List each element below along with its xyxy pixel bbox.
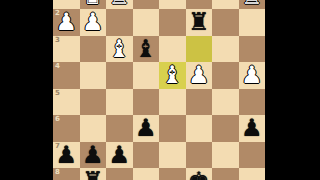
square-a7[interactable] [239,142,266,169]
square-d6[interactable] [159,115,186,142]
square-b8[interactable] [212,168,239,180]
square-f6[interactable] [106,115,133,142]
rank-label-4: 4 [55,62,60,71]
piece-white-pawn[interactable]: ♟ [241,62,263,89]
square-g6[interactable] [80,115,107,142]
square-b4[interactable] [212,62,239,89]
square-h5[interactable]: 5 [53,89,80,116]
square-b2[interactable] [212,9,239,36]
square-e5[interactable] [133,89,160,116]
piece-black-pawn[interactable]: ♟ [108,142,130,169]
square-f7[interactable]: ♟ [106,142,133,169]
piece-white-rook[interactable]: ♜ [108,0,130,9]
piece-white-bishop[interactable]: ♝ [108,36,130,63]
square-d3[interactable] [159,36,186,63]
square-f2[interactable] [106,9,133,36]
rank-label-3: 3 [55,36,60,45]
square-a6[interactable]: ♟ [239,115,266,142]
square-g2[interactable]: ♟ [80,9,107,36]
screenshot-root: ♚♜♜2♟♟♜3♝♝4♝♟♟56♟♟7♟♟♟8♜♚ [0,0,320,180]
rank-label-2: 2 [55,9,60,18]
piece-white-bishop[interactable]: ♝ [161,62,183,89]
square-c2[interactable]: ♜ [186,9,213,36]
square-g4[interactable] [80,62,107,89]
piece-white-rook[interactable]: ♜ [241,0,263,9]
piece-black-pawn[interactable]: ♟ [135,115,157,142]
square-e2[interactable] [133,9,160,36]
square-d4[interactable]: ♝ [159,62,186,89]
chess-board: ♚♜♜2♟♟♜3♝♝4♝♟♟56♟♟7♟♟♟8♜♚ [53,0,265,180]
piece-black-rook[interactable]: ♜ [82,168,104,180]
piece-white-pawn[interactable]: ♟ [188,62,210,89]
square-c6[interactable] [186,115,213,142]
square-e4[interactable] [133,62,160,89]
square-f8[interactable] [106,168,133,180]
square-f4[interactable] [106,62,133,89]
square-b6[interactable] [212,115,239,142]
square-f1[interactable]: ♜ [106,0,133,9]
square-h6[interactable]: 6 [53,115,80,142]
square-a4[interactable]: ♟ [239,62,266,89]
square-g7[interactable]: ♟ [80,142,107,169]
square-e7[interactable] [133,142,160,169]
square-e1[interactable] [133,0,160,9]
rank-label-6: 6 [55,115,60,124]
rank-label-7: 7 [55,142,60,151]
square-a5[interactable] [239,89,266,116]
square-g5[interactable] [80,89,107,116]
square-a2[interactable] [239,9,266,36]
square-c7[interactable] [186,142,213,169]
piece-black-pawn[interactable]: ♟ [241,115,263,142]
square-e3[interactable]: ♝ [133,36,160,63]
piece-black-pawn[interactable]: ♟ [82,142,104,169]
square-a8[interactable] [239,168,266,180]
square-c5[interactable] [186,89,213,116]
square-b5[interactable] [212,89,239,116]
square-d1[interactable] [159,0,186,9]
square-h3[interactable]: 3 [53,36,80,63]
square-g3[interactable] [80,36,107,63]
square-h8[interactable]: 8 [53,168,80,180]
square-f5[interactable] [106,89,133,116]
square-a3[interactable] [239,36,266,63]
square-b7[interactable] [212,142,239,169]
rank-label-8: 8 [55,168,60,177]
piece-black-rook[interactable]: ♜ [188,9,210,36]
square-d5[interactable] [159,89,186,116]
rank-label-5: 5 [55,89,60,98]
square-g8[interactable]: ♜ [80,168,107,180]
square-b3[interactable] [212,36,239,63]
square-a1[interactable]: ♜ [239,0,266,9]
square-h4[interactable]: 4 [53,62,80,89]
square-c3[interactable] [186,36,213,63]
piece-black-bishop[interactable]: ♝ [135,36,157,63]
square-d2[interactable] [159,9,186,36]
square-d8[interactable] [159,168,186,180]
square-c8[interactable]: ♚ [186,168,213,180]
square-c4[interactable]: ♟ [186,62,213,89]
square-e8[interactable] [133,168,160,180]
square-e6[interactable]: ♟ [133,115,160,142]
piece-black-king[interactable]: ♚ [188,168,210,180]
square-b1[interactable] [212,0,239,9]
square-f3[interactable]: ♝ [106,36,133,63]
square-h2[interactable]: 2♟ [53,9,80,36]
square-h7[interactable]: 7♟ [53,142,80,169]
square-d7[interactable] [159,142,186,169]
piece-white-pawn[interactable]: ♟ [82,9,104,36]
